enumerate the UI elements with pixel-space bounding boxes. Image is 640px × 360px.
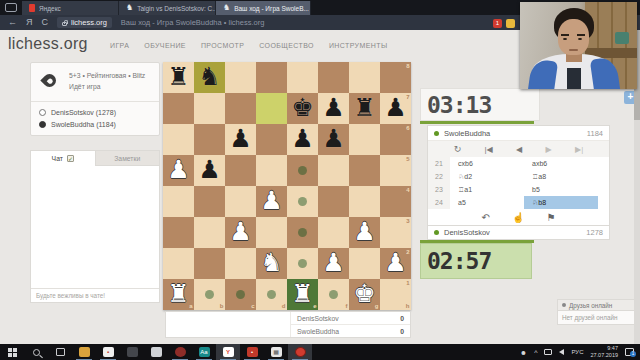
url-host: lichess.org — [71, 18, 107, 27]
file-label: a — [189, 303, 192, 309]
light-app-icon[interactable] — [144, 344, 168, 360]
chat-toggle-checkbox[interactable]: ✓ — [67, 155, 74, 162]
chat-messages — [31, 166, 159, 288]
square-h6[interactable]: 6 — [380, 124, 411, 155]
lichess-favicon: ♞ — [223, 4, 230, 12]
nav-item-game[interactable]: ИГРА — [110, 42, 129, 49]
tray-time: 9:47 — [607, 345, 618, 351]
tab-chat[interactable]: Чат ✓ — [31, 151, 95, 166]
square-e2[interactable] — [287, 248, 318, 279]
resign-flag-icon[interactable]: ⚑ — [546, 212, 555, 223]
square-c8[interactable] — [225, 62, 256, 93]
square-b4[interactable] — [194, 186, 225, 217]
square-b8[interactable]: ♞ — [194, 62, 225, 93]
square-d2[interactable]: ♞ — [256, 248, 287, 279]
move-black[interactable]: ♖a8 — [524, 173, 598, 181]
file-label: d — [282, 303, 286, 309]
move-black[interactable]: b5 — [524, 186, 598, 193]
record-app-icon[interactable] — [288, 344, 312, 360]
move-dest-dot[interactable] — [298, 228, 307, 237]
yandex-home-icon[interactable]: Я — [26, 18, 33, 27]
move-dest-dot[interactable] — [298, 166, 307, 175]
white-player-row[interactable]: DenisSotskov (1278) — [39, 106, 151, 118]
square-f4[interactable] — [318, 186, 349, 217]
search-icon[interactable] — [24, 344, 48, 360]
rank-label: 6 — [406, 125, 409, 131]
tray-expand-chevron[interactable]: ^ — [534, 349, 537, 356]
file-label: h — [406, 303, 410, 309]
tab-title: Talgin vs DenisSotskov: C... — [137, 5, 216, 12]
black-player-header[interactable]: SwoleBuddha 1184 — [428, 126, 609, 141]
score-value: 0 — [400, 315, 404, 322]
move-number: 23 — [428, 183, 450, 196]
piece-bk[interactable]: ♚ — [287, 93, 318, 124]
square-f6[interactable]: ♟ — [318, 124, 349, 155]
red-plus-app-icon[interactable]: • — [240, 344, 264, 360]
square-b3[interactable] — [194, 217, 225, 248]
piece-wp[interactable]: ♟ — [349, 217, 380, 248]
square-h8[interactable]: 8 — [380, 62, 411, 93]
notification-badge: 1 — [630, 351, 636, 357]
square-h2[interactable]: ♟2 — [380, 248, 411, 279]
extension-icon-yellow[interactable] — [506, 19, 515, 28]
square-h7[interactable]: ♟7 — [380, 93, 411, 124]
friends-empty: Нет друзей онлайн — [557, 311, 640, 325]
square-b5[interactable]: ♟ — [194, 155, 225, 186]
friends-dot-icon — [562, 303, 566, 307]
square-d3[interactable] — [256, 217, 287, 248]
square-c7[interactable] — [225, 93, 256, 124]
square-d4[interactable]: ♟ — [256, 186, 287, 217]
lichess-logo[interactable]: lichess.org — [8, 35, 88, 53]
move-dest-dot[interactable] — [329, 290, 338, 299]
move-panel: SwoleBuddha 1184 ↻ |◀ ◀ ▶ ▶| 21 cxb6 axb… — [427, 125, 610, 226]
file-label: g — [375, 303, 379, 309]
black-color-icon — [39, 121, 46, 128]
square-b1[interactable]: b — [194, 279, 225, 310]
square-e7[interactable]: ♚ — [287, 93, 318, 124]
file-label: e — [313, 303, 316, 309]
square-h1[interactable]: 1h — [380, 279, 411, 310]
move-white[interactable]: ♖a1 — [450, 186, 524, 194]
black-player-label: SwoleBuddha (1184) — [51, 121, 116, 128]
square-b6[interactable] — [194, 124, 225, 155]
start-button[interactable] — [0, 344, 24, 360]
move-black[interactable]: axb6 — [524, 160, 598, 167]
file-label: c — [251, 303, 254, 309]
white-clock-time: 02:57 — [427, 248, 491, 274]
tab-title: Ваш ход - Игра SwoleB... — [234, 5, 309, 12]
task-view-icon[interactable] — [48, 344, 72, 360]
square-f1[interactable]: f — [318, 279, 349, 310]
square-e8[interactable] — [287, 62, 318, 93]
square-g4[interactable] — [349, 186, 380, 217]
file-explorer-icon[interactable] — [72, 344, 96, 360]
next-move-icon[interactable]: ▶ — [546, 145, 552, 154]
nav-item-tools[interactable]: ИНСТРУМЕНТЫ — [329, 42, 388, 49]
move-row: 22 ♘d2 ♖a8 — [428, 170, 609, 183]
piece-bn[interactable]: ♞ — [194, 62, 225, 93]
red-app-icon[interactable] — [168, 344, 192, 360]
game-results-area — [166, 312, 291, 337]
piece-wp[interactable]: ♟ — [318, 248, 349, 279]
piece-wp[interactable]: ♟ — [256, 186, 287, 217]
friends-header[interactable]: Друзья онлайн — [557, 299, 640, 311]
browser-tab-yandex[interactable]: Яндекс — [22, 1, 119, 15]
score-value: 0 — [400, 328, 404, 335]
square-e6[interactable]: ♟ — [287, 124, 318, 155]
tray-date: 27.07.2019 — [590, 352, 618, 358]
rank-label: 5 — [406, 156, 409, 162]
square-f7[interactable]: ♟ — [318, 93, 349, 124]
piece-wp[interactable]: ♟ — [163, 155, 194, 186]
black-clock: 03:13 — [420, 88, 540, 121]
piece-bp[interactable]: ♟ — [318, 124, 349, 155]
square-c2[interactable] — [225, 248, 256, 279]
webcam-overlay — [520, 2, 637, 89]
rank-label: 3 — [406, 218, 409, 224]
square-d1[interactable]: d — [256, 279, 287, 310]
square-c5[interactable] — [225, 155, 256, 186]
online-dot — [434, 131, 439, 136]
black-time-bar — [420, 121, 534, 124]
move-row: 23 ♖a1 b5 — [428, 183, 609, 196]
tab-title: Яндекс — [39, 5, 61, 12]
file-label: f — [346, 303, 348, 309]
rank-label: 2 — [406, 249, 409, 255]
dark-app-icon[interactable] — [120, 344, 144, 360]
square-h5[interactable]: 5 — [380, 155, 411, 186]
square-g3[interactable]: ♟ — [349, 217, 380, 248]
white-color-icon — [39, 109, 46, 116]
piece-bp[interactable]: ♟ — [287, 124, 318, 155]
system-tray: ☻ ^ РУС 9:47 27.07.2019 1 — [520, 345, 640, 358]
square-a4[interactable] — [163, 186, 194, 217]
white-player-rating: 1278 — [586, 228, 603, 237]
action-center-icon[interactable]: 1 — [625, 348, 634, 356]
square-g8[interactable] — [349, 62, 380, 93]
square-e3[interactable] — [287, 217, 318, 248]
square-h4[interactable]: 4 — [380, 186, 411, 217]
rank-label: 8 — [406, 63, 409, 69]
flip-board-icon[interactable]: ↻ — [454, 144, 462, 154]
nav-item-learn[interactable]: ОБУЧЕНИЕ — [144, 42, 186, 49]
square-d7[interactable] — [256, 93, 287, 124]
black-player-row[interactable]: SwoleBuddha (1184) — [39, 118, 151, 130]
move-white[interactable]: a5 — [450, 199, 524, 206]
white-player-name: DenisSotskov — [444, 228, 490, 237]
game-status: Идёт игра — [69, 83, 100, 90]
back-icon[interactable]: ← — [8, 18, 17, 27]
calculator-icon[interactable]: ▦ — [264, 344, 288, 360]
white-clock-active: 02:57 — [420, 243, 532, 279]
file-label: b — [220, 303, 224, 309]
square-c1[interactable]: c — [225, 279, 256, 310]
time-control: 5+3 • Рейтинговая • Blitz — [69, 72, 145, 79]
square-e1[interactable]: ♜e — [287, 279, 318, 310]
nav-item-community[interactable]: СООБЩЕСТВО — [259, 42, 314, 49]
square-c4[interactable] — [225, 186, 256, 217]
chess-board: ♜♞8♚♟♜♟7♟♟♟6♟♟5♟4♟♟3♞♟♟2♜abcd♜ef♚g1h — [163, 62, 411, 310]
lichess-favicon: ♞ — [126, 4, 133, 12]
piece-bp[interactable]: ♟ — [225, 124, 256, 155]
square-g1[interactable]: ♚g — [349, 279, 380, 310]
friends-box: Друзья онлайн Нет друзей онлайн — [557, 299, 640, 326]
yandex-favicon — [29, 4, 35, 12]
network-icon[interactable] — [544, 349, 552, 355]
square-a5[interactable]: ♟ — [163, 155, 194, 186]
chat-box: Чат ✓ Заметки Будьте вежливы в чате! — [30, 150, 160, 303]
windows-taskbar: ▪ Aa Y • ▦ ☻ ^ РУС 9:47 27.07.2019 1 — [0, 344, 640, 360]
square-g2[interactable] — [349, 248, 380, 279]
nav-item-watch[interactable]: ПРОСМОТР — [201, 42, 244, 49]
last-move-icon[interactable]: ▶| — [575, 145, 583, 154]
square-a1[interactable]: ♜a — [163, 279, 194, 310]
game-info-box: 5+3 • Рейтинговая • Blitz Идёт игра Deni… — [30, 62, 160, 136]
rank-label: 4 — [406, 187, 409, 193]
url-page-title: Ваш ход - Игра SwoleBuddha • lichess.org — [121, 18, 264, 27]
move-dest-dot[interactable] — [205, 290, 214, 299]
square-g5[interactable] — [349, 155, 380, 186]
blitz-flame-icon — [40, 71, 58, 89]
prev-move-icon[interactable]: ◀ — [516, 145, 522, 154]
square-b2[interactable] — [194, 248, 225, 279]
square-a6[interactable] — [163, 124, 194, 155]
move-white[interactable]: cxb6 — [450, 160, 524, 167]
lock-icon — [62, 22, 67, 26]
piece-br[interactable]: ♜ — [349, 93, 380, 124]
move-dest-dot[interactable] — [298, 259, 307, 268]
clock-date[interactable]: 9:47 27.07.2019 — [590, 345, 618, 358]
browser-tab-game1[interactable]: ♞ Talgin vs DenisSotskov: C... — [119, 1, 216, 15]
yandex-browser-icon[interactable]: Y — [216, 344, 240, 360]
notes-tab-label: Заметки — [114, 155, 140, 162]
takeback-icon[interactable]: ↶ — [482, 212, 490, 223]
score-table: DenisSotskov 0 SwoleBuddha 0 — [165, 311, 411, 338]
chat-tab-label: Чат — [52, 155, 63, 162]
pdf-app-icon[interactable]: ▪ — [96, 344, 120, 360]
browser-tab-current[interactable]: ♞ Ваш ход - Игра SwoleB... × — [216, 1, 311, 15]
square-a3[interactable] — [163, 217, 194, 248]
online-dot — [434, 230, 439, 235]
black-player-rating: 1184 — [587, 129, 603, 138]
move-row: 21 cxb6 axb6 — [428, 157, 609, 170]
square-f2[interactable]: ♟ — [318, 248, 349, 279]
address-bar[interactable]: lichess.org — [57, 17, 112, 28]
piece-br[interactable]: ♜ — [163, 62, 194, 93]
move-number: 21 — [428, 157, 450, 170]
move-dest-dot[interactable] — [236, 290, 245, 299]
square-e4[interactable] — [287, 186, 318, 217]
first-move-icon[interactable]: |◀ — [485, 145, 493, 154]
teal-app-icon[interactable]: Aa — [192, 344, 216, 360]
square-e5[interactable] — [287, 155, 318, 186]
move-white[interactable]: ♘d2 — [450, 173, 524, 181]
square-f8[interactable] — [318, 62, 349, 93]
move-dest-dot[interactable] — [298, 197, 307, 206]
square-a2[interactable] — [163, 248, 194, 279]
square-h3[interactable]: 3 — [380, 217, 411, 248]
piece-wp[interactable]: ♟ — [225, 217, 256, 248]
rank-label: 7 — [406, 94, 409, 100]
square-d8[interactable] — [256, 62, 287, 93]
friends-title: Друзья онлайн — [569, 302, 612, 309]
people-icon[interactable]: ☻ — [520, 349, 527, 356]
piece-wn[interactable]: ♞ — [256, 248, 287, 279]
square-d6[interactable] — [256, 124, 287, 155]
piece-bp[interactable]: ♟ — [194, 155, 225, 186]
refresh-icon[interactable]: C — [42, 18, 49, 27]
tab-list-icon[interactable] — [5, 3, 17, 12]
score-row-black[interactable]: SwoleBuddha 0 — [291, 324, 410, 337]
score-player-name: SwoleBuddha — [297, 328, 339, 335]
white-player-header[interactable]: DenisSotskov 1278 — [427, 226, 610, 240]
square-c3[interactable]: ♟ — [225, 217, 256, 248]
black-clock-time: 03:13 — [427, 92, 491, 118]
square-g6[interactable] — [349, 124, 380, 155]
square-f5[interactable] — [318, 155, 349, 186]
square-d5[interactable] — [256, 155, 287, 186]
language-indicator[interactable]: РУС — [571, 349, 583, 355]
square-f3[interactable] — [318, 217, 349, 248]
rank-label: 1 — [406, 280, 409, 286]
move-number: 24 — [428, 196, 450, 209]
square-a8[interactable]: ♜ — [163, 62, 194, 93]
move-dest-dot[interactable] — [267, 290, 276, 299]
screen: Яндекс ♞ Talgin vs DenisSotskov: C... ♞ … — [0, 0, 640, 360]
piece-bp[interactable]: ♟ — [318, 93, 349, 124]
square-c6[interactable]: ♟ — [225, 124, 256, 155]
black-player-name: SwoleBuddha — [444, 129, 490, 138]
move-black-current[interactable]: ♘b8 — [524, 196, 598, 209]
square-g7[interactable]: ♜ — [349, 93, 380, 124]
square-b7[interactable] — [194, 93, 225, 124]
offer-draw-icon[interactable]: ☝ — [512, 212, 524, 223]
move-number: 22 — [428, 170, 450, 183]
chat-input[interactable]: Будьте вежливы в чате! — [31, 288, 159, 302]
extension-icon-red[interactable]: 1 — [493, 19, 502, 28]
square-a7[interactable] — [163, 93, 194, 124]
move-row: 24 a5 ♘b8 — [428, 196, 609, 209]
white-player-label: DenisSotskov (1278) — [51, 109, 116, 116]
volume-icon[interactable] — [559, 349, 564, 355]
tab-notes[interactable]: Заметки — [95, 151, 160, 166]
score-row-white[interactable]: DenisSotskov 0 — [291, 312, 410, 324]
score-player-name: DenisSotskov — [297, 315, 339, 322]
